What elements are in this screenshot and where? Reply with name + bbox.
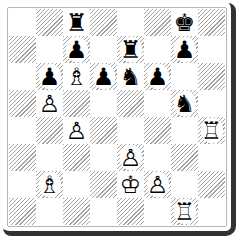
square-b8: [36, 9, 63, 36]
square-d7: [90, 36, 117, 63]
piece-black-pawn: ♟: [66, 37, 88, 62]
piece-black-rook: ♜: [120, 37, 142, 62]
square-d5: [90, 90, 117, 117]
square-a4: [9, 117, 36, 144]
square-a1: [9, 198, 36, 225]
square-a7: [9, 36, 36, 63]
square-g2: [171, 171, 198, 198]
square-f6: ♟: [144, 63, 171, 90]
chess-diagram-screenshot: { "game": "chess", "position": { "fen": …: [0, 0, 239, 244]
piece-white-rook: ♖: [174, 199, 196, 224]
piece-black-pawn: ♟: [93, 64, 115, 89]
square-b6: ♟: [36, 63, 63, 90]
piece-white-pawn: ♙: [66, 118, 88, 143]
square-c2: [63, 171, 90, 198]
square-f3: [144, 144, 171, 171]
square-a6: [9, 63, 36, 90]
square-h8: [198, 9, 225, 36]
square-d3: [90, 144, 117, 171]
square-g4: [171, 117, 198, 144]
square-f5: [144, 90, 171, 117]
square-d6: ♟: [90, 63, 117, 90]
square-e3: ♙: [117, 144, 144, 171]
square-e8: [117, 9, 144, 36]
square-c6: ♗: [63, 63, 90, 90]
square-h1: [198, 198, 225, 225]
square-b7: [36, 36, 63, 63]
square-c3: [63, 144, 90, 171]
square-g5: ♞: [171, 90, 198, 117]
square-e4: [117, 117, 144, 144]
piece-white-pawn: ♙: [120, 145, 142, 170]
square-h5: [198, 90, 225, 117]
square-f4: [144, 117, 171, 144]
square-f2: ♙: [144, 171, 171, 198]
square-g6: [171, 63, 198, 90]
square-h7: [198, 36, 225, 63]
diagram-frame: ♜♚♟♜♟♟♗♟♞♟♙♞♙♖♙♗♔♙♖: [7, 7, 227, 227]
square-d2: [90, 171, 117, 198]
square-a2: [9, 171, 36, 198]
piece-black-pawn: ♟: [174, 37, 196, 62]
piece-white-bishop: ♗: [39, 172, 61, 197]
piece-white-rook: ♖: [201, 118, 223, 143]
piece-black-knight: ♞: [120, 64, 142, 89]
square-h3: [198, 144, 225, 171]
piece-black-pawn: ♟: [147, 64, 169, 89]
square-b5: ♙: [36, 90, 63, 117]
chess-board: ♜♚♟♜♟♟♗♟♞♟♙♞♙♖♙♗♔♙♖: [9, 9, 225, 225]
square-h6: [198, 63, 225, 90]
piece-white-king: ♔: [120, 172, 142, 197]
square-h4: ♖: [198, 117, 225, 144]
piece-black-pawn: ♟: [39, 64, 61, 89]
square-a5: [9, 90, 36, 117]
square-e6: ♞: [117, 63, 144, 90]
square-d4: [90, 117, 117, 144]
square-c8: ♜: [63, 9, 90, 36]
square-b4: [36, 117, 63, 144]
square-a3: [9, 144, 36, 171]
square-g7: ♟: [171, 36, 198, 63]
square-g3: [171, 144, 198, 171]
piece-black-king: ♚: [174, 10, 196, 35]
square-a8: [9, 9, 36, 36]
square-c7: ♟: [63, 36, 90, 63]
square-c1: [63, 198, 90, 225]
piece-black-knight: ♞: [174, 91, 196, 116]
square-f1: [144, 198, 171, 225]
square-d8: [90, 9, 117, 36]
square-c4: ♙: [63, 117, 90, 144]
square-d1: [90, 198, 117, 225]
square-h2: [198, 171, 225, 198]
piece-white-pawn: ♙: [39, 91, 61, 116]
square-b2: ♗: [36, 171, 63, 198]
piece-white-pawn: ♙: [147, 172, 169, 197]
square-g8: ♚: [171, 9, 198, 36]
square-e2: ♔: [117, 171, 144, 198]
square-b1: [36, 198, 63, 225]
square-f7: [144, 36, 171, 63]
square-e5: [117, 90, 144, 117]
square-g1: ♖: [171, 198, 198, 225]
square-e7: ♜: [117, 36, 144, 63]
piece-black-rook: ♜: [66, 10, 88, 35]
square-f8: [144, 9, 171, 36]
piece-white-bishop: ♗: [66, 64, 88, 89]
square-e1: [117, 198, 144, 225]
square-b3: [36, 144, 63, 171]
square-c5: [63, 90, 90, 117]
